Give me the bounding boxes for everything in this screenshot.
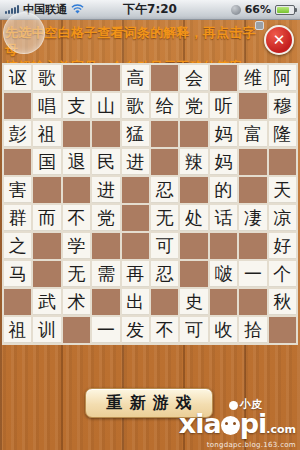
board-cell-r1c8: [210, 65, 237, 91]
board-cell-r6c2[interactable]: 而: [33, 205, 60, 231]
board-cell-r8c3[interactable]: 无: [63, 261, 90, 287]
board-cell-r8c1[interactable]: 马: [4, 261, 31, 287]
board-cell-r5c8[interactable]: 的: [210, 177, 237, 203]
board-cell-r7c4: [92, 233, 119, 259]
board-cell-r1c5[interactable]: 高: [122, 65, 149, 91]
board-cell-r3c1[interactable]: 彭: [4, 121, 31, 147]
board-cell-r10c10: [269, 317, 296, 343]
board-cell-r6c7[interactable]: 处: [180, 205, 207, 231]
status-bar: 中国联通 下午7:20 66%: [0, 0, 300, 20]
paw-icon: [229, 401, 238, 410]
board-cell-r3c3: [63, 121, 90, 147]
battery-percent-label: 66%: [245, 3, 271, 16]
board-cell-r9c10[interactable]: 秋: [269, 289, 296, 315]
board-cell-r8c7: [180, 261, 207, 287]
board-cell-r7c7: [180, 233, 207, 259]
orientation-lock-icon: [231, 5, 241, 15]
board-cell-r2c7[interactable]: 党: [180, 93, 207, 119]
board-cell-r2c5[interactable]: 歌: [122, 93, 149, 119]
board-cell-r3c10[interactable]: 隆: [269, 121, 296, 147]
board-cell-r2c8[interactable]: 听: [210, 93, 237, 119]
board-cell-r9c5[interactable]: 出: [122, 289, 149, 315]
board-cell-r1c9[interactable]: 维: [239, 65, 266, 91]
board-cell-r4c3[interactable]: 退: [63, 149, 90, 175]
board-cell-r10c5[interactable]: 发: [122, 317, 149, 343]
board-cell-r4c9: [239, 149, 266, 175]
board-cell-r2c10[interactable]: 穆: [269, 93, 296, 119]
board-cell-r6c1[interactable]: 群: [4, 205, 31, 231]
board-cell-r2c9: [239, 93, 266, 119]
board-cell-r10c7[interactable]: 可: [180, 317, 207, 343]
close-button[interactable]: ✕: [264, 25, 294, 55]
board-cell-r2c2[interactable]: 唱: [33, 93, 60, 119]
board-cell-r4c10: [269, 149, 296, 175]
board-cell-r8c4[interactable]: 需: [92, 261, 119, 287]
watermark: 小皮 xiapi.com tongdapc.blog.163.com: [179, 397, 296, 449]
board-cell-r9c2[interactable]: 武: [33, 289, 60, 315]
board-cell-r10c1[interactable]: 祖: [4, 317, 31, 343]
board-cell-r5c9: [239, 177, 266, 203]
board-cell-r3c4: [92, 121, 119, 147]
board-cell-r5c5: [122, 177, 149, 203]
board-cell-r3c7: [180, 121, 207, 147]
board-cell-r9c9: [239, 289, 266, 315]
board-cell-r10c3: [63, 317, 90, 343]
board-cell-r4c2[interactable]: 国: [33, 149, 60, 175]
board-cell-r7c8: [210, 233, 237, 259]
board-cell-r7c2: [33, 233, 60, 259]
small-gray-icon: [255, 21, 264, 30]
board-cell-r2c4[interactable]: 山: [92, 93, 119, 119]
wifi-icon: [71, 4, 84, 17]
board-cell-r7c5: [122, 233, 149, 259]
board-cell-r5c6[interactable]: 忍: [151, 177, 178, 203]
board-cell-r1c6: [151, 65, 178, 91]
board-cell-r5c7: [180, 177, 207, 203]
board-cell-r6c8[interactable]: 话: [210, 205, 237, 231]
board-cell-r10c6[interactable]: 不: [151, 317, 178, 343]
board-cell-r4c4[interactable]: 民: [92, 149, 119, 175]
board-cell-r9c7[interactable]: 史: [180, 289, 207, 315]
board-cell-r3c2[interactable]: 祖: [33, 121, 60, 147]
board-cell-r8c8[interactable]: 啵: [210, 261, 237, 287]
board-cell-r6c3[interactable]: 不: [63, 205, 90, 231]
board-cell-r2c1: [4, 93, 31, 119]
board-cell-r10c4[interactable]: 一: [92, 317, 119, 343]
board-cell-r3c6: [151, 121, 178, 147]
board-cell-r8c2: [33, 261, 60, 287]
board-cell-r5c2: [33, 177, 60, 203]
board-cell-r4c5[interactable]: 进: [122, 149, 149, 175]
board-cell-r8c6[interactable]: 忍: [151, 261, 178, 287]
watermark-url: tongdapc.blog.163.com: [179, 441, 296, 449]
board-cell-r5c4[interactable]: 进: [92, 177, 119, 203]
board-cell-r9c8: [210, 289, 237, 315]
board-cell-r4c1: [4, 149, 31, 175]
crossword-board: 讴歌高会维阿唱支山歌给党听穆彭祖猛妈富隆国退民进辣妈害进忍的天群而不党无处话凄凉…: [2, 63, 298, 345]
board-cell-r8c10[interactable]: 个: [269, 261, 296, 287]
board-cell-r3c9[interactable]: 富: [239, 121, 266, 147]
board-cell-r3c8[interactable]: 妈: [210, 121, 237, 147]
board-cell-r6c6[interactable]: 无: [151, 205, 178, 231]
board-cell-r1c4: [92, 65, 119, 91]
board-cell-r9c4: [92, 289, 119, 315]
board-cell-r2c3[interactable]: 支: [63, 93, 90, 119]
watermark-logo: xiapi.com: [179, 412, 296, 441]
board-cell-r10c9[interactable]: 拾: [239, 317, 266, 343]
board-cell-r7c6[interactable]: 可: [151, 233, 178, 259]
close-icon: ✕: [273, 31, 286, 49]
board-cell-r9c6: [151, 289, 178, 315]
board-cell-r1c2[interactable]: 歌: [33, 65, 60, 91]
board-cell-r1c10[interactable]: 阿: [269, 65, 296, 91]
board-cell-r7c3[interactable]: 学: [63, 233, 90, 259]
board-cell-r4c6: [151, 149, 178, 175]
board-cell-r9c1: [4, 289, 31, 315]
board-cell-r6c10[interactable]: 凉: [269, 205, 296, 231]
board-cell-r5c1[interactable]: 害: [4, 177, 31, 203]
board-cell-r7c1[interactable]: 之: [4, 233, 31, 259]
board-cell-r5c10[interactable]: 天: [269, 177, 296, 203]
board-cell-r10c8[interactable]: 收: [210, 317, 237, 343]
board-cell-r6c9[interactable]: 凄: [239, 205, 266, 231]
board-cell-r8c9[interactable]: 一: [239, 261, 266, 287]
app-screen: 中国联通 下午7:20 66% 先选中空白格子查看词条的解释，再点击字母 按钮输…: [0, 0, 300, 450]
mascot-face-icon: [221, 416, 240, 435]
touch-indicator-circle: [3, 12, 45, 54]
board-cell-r6c5: [122, 205, 149, 231]
board-cell-r1c3: [63, 65, 90, 91]
board-cell-r8c5[interactable]: 再: [122, 261, 149, 287]
board-cell-r1c7[interactable]: 会: [180, 65, 207, 91]
board-cell-r6c4[interactable]: 党: [92, 205, 119, 231]
board-cell-r9c3[interactable]: 术: [63, 289, 90, 315]
board-cell-r7c10[interactable]: 好: [269, 233, 296, 259]
board-cell-r2c6[interactable]: 给: [151, 93, 178, 119]
board-cell-r7c9: [239, 233, 266, 259]
board-cell-r10c2[interactable]: 训: [33, 317, 60, 343]
battery-icon: [275, 5, 295, 15]
board-cell-r4c7[interactable]: 辣: [180, 149, 207, 175]
board-cell-r4c8[interactable]: 妈: [210, 149, 237, 175]
board-cell-r5c3: [63, 177, 90, 203]
board-cell-r3c5[interactable]: 猛: [122, 121, 149, 147]
board-cell-r1c1[interactable]: 讴: [4, 65, 31, 91]
clock-label: 下午7:20: [123, 1, 177, 18]
